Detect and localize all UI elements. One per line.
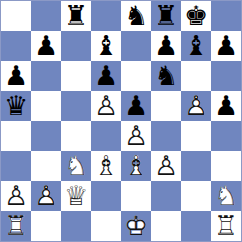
black-king-glyph: ♚ <box>184 1 208 31</box>
white-pawn-glyph: ♙ <box>124 121 148 151</box>
square-c6[interactable] <box>61 61 91 91</box>
piece-white-rook[interactable]: ♜♖ <box>211 211 241 241</box>
square-b2[interactable]: ♟♙ <box>31 181 61 211</box>
black-pawn-glyph: ♟ <box>94 61 118 91</box>
square-f5[interactable] <box>151 91 181 121</box>
square-b4[interactable] <box>31 121 61 151</box>
square-f1[interactable] <box>151 211 181 241</box>
piece-black-knight[interactable]: ♞ <box>151 61 181 91</box>
square-f3[interactable]: ♟♙ <box>151 151 181 181</box>
black-bishop-glyph: ♝ <box>184 31 208 61</box>
white-queen-glyph: ♕ <box>64 181 88 211</box>
white-king-glyph: ♔ <box>124 211 148 241</box>
piece-black-bishop[interactable]: ♝ <box>91 31 121 61</box>
black-pawn-glyph: ♟ <box>124 91 148 121</box>
square-g2[interactable] <box>181 181 211 211</box>
piece-black-pawn[interactable]: ♟ <box>31 31 61 61</box>
square-f8[interactable]: ♜ <box>151 1 181 31</box>
piece-black-knight[interactable]: ♞ <box>121 1 151 31</box>
square-c7[interactable] <box>61 31 91 61</box>
piece-white-king[interactable]: ♚♔ <box>121 211 151 241</box>
black-rook-glyph: ♜ <box>64 1 88 31</box>
square-c2[interactable]: ♛♕ <box>61 181 91 211</box>
white-rook-glyph: ♖ <box>214 211 238 241</box>
piece-black-pawn[interactable]: ♟ <box>211 91 241 121</box>
black-pawn-glyph: ♟ <box>214 31 238 61</box>
piece-white-rook[interactable]: ♜♖ <box>1 211 31 241</box>
square-g5[interactable]: ♟♙ <box>181 91 211 121</box>
square-f6[interactable]: ♞ <box>151 61 181 91</box>
white-rook-glyph: ♖ <box>4 211 28 241</box>
square-e2[interactable] <box>121 181 151 211</box>
square-e7[interactable] <box>121 31 151 61</box>
square-a8[interactable] <box>1 1 31 31</box>
square-d6[interactable]: ♟ <box>91 61 121 91</box>
square-a3[interactable] <box>1 151 31 181</box>
piece-black-queen[interactable]: ♛ <box>1 91 31 121</box>
white-pawn-glyph: ♙ <box>4 181 28 211</box>
piece-white-pawn[interactable]: ♟♙ <box>121 121 151 151</box>
square-h3[interactable] <box>211 151 241 181</box>
white-pawn-glyph: ♙ <box>184 91 208 121</box>
square-d3[interactable]: ♝♗ <box>91 151 121 181</box>
square-f7[interactable]: ♟ <box>151 31 181 61</box>
square-g7[interactable]: ♝ <box>181 31 211 61</box>
square-g6[interactable] <box>181 61 211 91</box>
piece-white-pawn[interactable]: ♟♙ <box>181 91 211 121</box>
square-a7[interactable] <box>1 31 31 61</box>
square-f4[interactable] <box>151 121 181 151</box>
piece-black-pawn[interactable]: ♟ <box>91 61 121 91</box>
piece-black-pawn[interactable]: ♟ <box>211 31 241 61</box>
square-g1[interactable] <box>181 211 211 241</box>
square-b1[interactable] <box>31 211 61 241</box>
square-c4[interactable] <box>61 121 91 151</box>
square-h6[interactable] <box>211 61 241 91</box>
white-pawn-glyph: ♙ <box>94 91 118 121</box>
square-c1[interactable] <box>61 211 91 241</box>
square-e3[interactable]: ♝♗ <box>121 151 151 181</box>
square-h5[interactable]: ♟ <box>211 91 241 121</box>
white-pawn-glyph: ♙ <box>154 151 178 181</box>
square-d2[interactable] <box>91 181 121 211</box>
square-a2[interactable]: ♟♙ <box>1 181 31 211</box>
square-c8[interactable]: ♜ <box>61 1 91 31</box>
square-h1[interactable]: ♜♖ <box>211 211 241 241</box>
piece-white-bishop[interactable]: ♝♗ <box>121 151 151 181</box>
square-e4[interactable]: ♟♙ <box>121 121 151 151</box>
piece-white-knight[interactable]: ♞♘ <box>211 181 241 211</box>
piece-white-pawn[interactable]: ♟♙ <box>91 91 121 121</box>
square-a1[interactable]: ♜♖ <box>1 211 31 241</box>
white-knight-glyph: ♘ <box>64 151 88 181</box>
white-pawn-glyph: ♙ <box>34 181 58 211</box>
white-bishop-glyph: ♗ <box>124 151 148 181</box>
square-a6[interactable]: ♟ <box>1 61 31 91</box>
square-b8[interactable] <box>31 1 61 31</box>
chess-board: ♜♞♜♚♟♝♟♝♟♟♟♞♛♟♙♟♟♙♟♟♙♞♘♝♗♝♗♟♙♟♙♟♙♛♕♞♘♜♖♚… <box>0 0 242 242</box>
square-c3[interactable]: ♞♘ <box>61 151 91 181</box>
square-f2[interactable] <box>151 181 181 211</box>
square-c5[interactable] <box>61 91 91 121</box>
square-h7[interactable]: ♟ <box>211 31 241 61</box>
square-d4[interactable] <box>91 121 121 151</box>
black-pawn-glyph: ♟ <box>4 61 28 91</box>
square-b5[interactable] <box>31 91 61 121</box>
piece-white-pawn[interactable]: ♟♙ <box>151 151 181 181</box>
square-e1[interactable]: ♚♔ <box>121 211 151 241</box>
piece-black-rook[interactable]: ♜ <box>61 1 91 31</box>
square-d1[interactable] <box>91 211 121 241</box>
black-pawn-glyph: ♟ <box>214 91 238 121</box>
piece-black-pawn[interactable]: ♟ <box>1 61 31 91</box>
white-knight-glyph: ♘ <box>214 181 238 211</box>
piece-white-pawn[interactable]: ♟♙ <box>31 181 61 211</box>
square-b7[interactable]: ♟ <box>31 31 61 61</box>
black-rook-glyph: ♜ <box>154 1 178 31</box>
piece-black-bishop[interactable]: ♝ <box>181 31 211 61</box>
black-knight-glyph: ♞ <box>154 61 178 91</box>
black-bishop-glyph: ♝ <box>94 31 118 61</box>
square-a5[interactable]: ♛ <box>1 91 31 121</box>
square-g8[interactable]: ♚ <box>181 1 211 31</box>
square-h4[interactable] <box>211 121 241 151</box>
piece-white-pawn[interactable]: ♟♙ <box>1 181 31 211</box>
black-queen-glyph: ♛ <box>4 91 28 121</box>
piece-white-knight[interactable]: ♞♘ <box>61 151 91 181</box>
piece-white-bishop[interactable]: ♝♗ <box>91 151 121 181</box>
square-b3[interactable] <box>31 151 61 181</box>
square-b6[interactable] <box>31 61 61 91</box>
square-d5[interactable]: ♟♙ <box>91 91 121 121</box>
black-pawn-glyph: ♟ <box>34 31 58 61</box>
square-a4[interactable] <box>1 121 31 151</box>
square-h8[interactable] <box>211 1 241 31</box>
square-g3[interactable] <box>181 151 211 181</box>
square-g4[interactable] <box>181 121 211 151</box>
square-e5[interactable]: ♟ <box>121 91 151 121</box>
square-e8[interactable]: ♞ <box>121 1 151 31</box>
black-knight-glyph: ♞ <box>124 1 148 31</box>
black-pawn-glyph: ♟ <box>154 31 178 61</box>
square-d8[interactable] <box>91 1 121 31</box>
piece-black-king[interactable]: ♚ <box>181 1 211 31</box>
piece-black-rook[interactable]: ♜ <box>151 1 181 31</box>
white-bishop-glyph: ♗ <box>94 151 118 181</box>
square-h2[interactable]: ♞♘ <box>211 181 241 211</box>
square-e6[interactable] <box>121 61 151 91</box>
piece-black-pawn[interactable]: ♟ <box>121 91 151 121</box>
piece-black-pawn[interactable]: ♟ <box>151 31 181 61</box>
square-d7[interactable]: ♝ <box>91 31 121 61</box>
piece-white-queen[interactable]: ♛♕ <box>61 181 91 211</box>
